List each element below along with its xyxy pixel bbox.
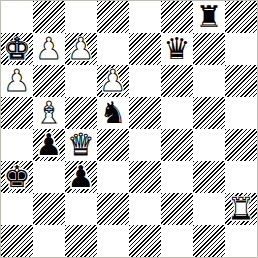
piece-white-king[interactable]: ♚: [4, 33, 31, 65]
square-c4[interactable]: ♛: [65, 129, 97, 161]
piece-white-pawn[interactable]: ♟: [36, 33, 63, 65]
square-a8[interactable]: [1, 1, 33, 33]
square-d6[interactable]: ♟: [97, 65, 129, 97]
square-h4[interactable]: [225, 129, 257, 161]
square-a1[interactable]: [1, 225, 33, 257]
piece-white-bishop[interactable]: ♝: [36, 97, 63, 129]
piece-white-rook[interactable]: ♜: [228, 193, 255, 225]
piece-black-queen[interactable]: ♛: [164, 33, 191, 65]
square-b3[interactable]: [33, 161, 65, 193]
square-c1[interactable]: [65, 225, 97, 257]
square-g8[interactable]: ♜: [193, 1, 225, 33]
piece-white-pawn[interactable]: ♟: [68, 33, 95, 65]
square-h1[interactable]: [225, 225, 257, 257]
square-d3[interactable]: [97, 161, 129, 193]
square-g1[interactable]: [193, 225, 225, 257]
square-e4[interactable]: [129, 129, 161, 161]
square-d2[interactable]: [97, 193, 129, 225]
piece-black-pawn[interactable]: ♟: [36, 129, 63, 161]
square-h5[interactable]: [225, 97, 257, 129]
square-a2[interactable]: [1, 193, 33, 225]
piece-black-knight[interactable]: ♞: [100, 97, 127, 129]
square-c2[interactable]: [65, 193, 97, 225]
square-g7[interactable]: [193, 33, 225, 65]
chess-board-frame: ♜♚♟♟♛♟♟♝♞♟♛♚♟♜: [0, 0, 258, 258]
square-g5[interactable]: [193, 97, 225, 129]
square-b4[interactable]: ♟: [33, 129, 65, 161]
square-b2[interactable]: [33, 193, 65, 225]
square-a6[interactable]: ♟: [1, 65, 33, 97]
square-c5[interactable]: [65, 97, 97, 129]
square-h7[interactable]: [225, 33, 257, 65]
square-c8[interactable]: [65, 1, 97, 33]
square-g2[interactable]: [193, 193, 225, 225]
square-f7[interactable]: ♛: [161, 33, 193, 65]
square-f2[interactable]: [161, 193, 193, 225]
square-b6[interactable]: [33, 65, 65, 97]
square-f8[interactable]: [161, 1, 193, 33]
piece-black-pawn[interactable]: ♟: [68, 161, 95, 193]
square-g4[interactable]: [193, 129, 225, 161]
square-d4[interactable]: [97, 129, 129, 161]
piece-black-king[interactable]: ♚: [4, 161, 31, 193]
piece-white-pawn[interactable]: ♟: [100, 65, 127, 97]
square-c6[interactable]: [65, 65, 97, 97]
square-f3[interactable]: [161, 161, 193, 193]
square-e8[interactable]: [129, 1, 161, 33]
square-d5[interactable]: ♞: [97, 97, 129, 129]
square-b5[interactable]: ♝: [33, 97, 65, 129]
square-e3[interactable]: [129, 161, 161, 193]
square-h3[interactable]: [225, 161, 257, 193]
square-f5[interactable]: [161, 97, 193, 129]
chess-board: ♜♚♟♟♛♟♟♝♞♟♛♚♟♜: [1, 1, 257, 257]
square-f4[interactable]: [161, 129, 193, 161]
square-g3[interactable]: [193, 161, 225, 193]
square-e6[interactable]: [129, 65, 161, 97]
square-d1[interactable]: [97, 225, 129, 257]
square-d7[interactable]: [97, 33, 129, 65]
piece-black-rook[interactable]: ♜: [196, 1, 223, 33]
piece-white-queen[interactable]: ♛: [68, 129, 95, 161]
square-e5[interactable]: [129, 97, 161, 129]
square-e1[interactable]: [129, 225, 161, 257]
square-b8[interactable]: [33, 1, 65, 33]
square-a5[interactable]: [1, 97, 33, 129]
square-f6[interactable]: [161, 65, 193, 97]
square-h6[interactable]: [225, 65, 257, 97]
square-e2[interactable]: [129, 193, 161, 225]
piece-white-pawn[interactable]: ♟: [4, 65, 31, 97]
square-h8[interactable]: [225, 1, 257, 33]
square-h2[interactable]: ♜: [225, 193, 257, 225]
square-c7[interactable]: ♟: [65, 33, 97, 65]
square-g6[interactable]: [193, 65, 225, 97]
square-e7[interactable]: [129, 33, 161, 65]
square-f1[interactable]: [161, 225, 193, 257]
square-a3[interactable]: ♚: [1, 161, 33, 193]
square-c3[interactable]: ♟: [65, 161, 97, 193]
square-b7[interactable]: ♟: [33, 33, 65, 65]
square-b1[interactable]: [33, 225, 65, 257]
square-d8[interactable]: [97, 1, 129, 33]
square-a7[interactable]: ♚: [1, 33, 33, 65]
square-a4[interactable]: [1, 129, 33, 161]
